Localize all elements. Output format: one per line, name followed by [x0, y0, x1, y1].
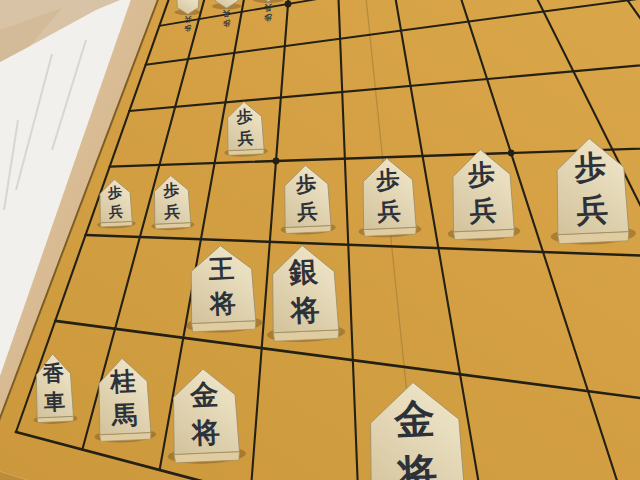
- piece-kanji-top: 歩: [235, 107, 254, 127]
- hoshi-dot: [508, 150, 515, 157]
- piece-kanji-top: 桂: [109, 366, 137, 396]
- piece-kanji-bottom: 将: [288, 292, 320, 327]
- piece-kanji-bottom: 兵: [468, 194, 497, 226]
- piece-kanji-bottom: 兵: [264, 3, 273, 12]
- shogi-photo: 歩兵歩兵歩兵歩兵歩兵歩兵歩兵歩兵歩兵歩兵歩兵王将銀将香車桂馬金将金将銀将: [0, 0, 640, 480]
- piece-kanji-top: 歩: [184, 24, 192, 32]
- piece-kanji-bottom: 兵: [376, 197, 402, 226]
- piece-kanji-bottom: 将: [190, 416, 221, 450]
- piece-kanji-top: 歩: [573, 148, 607, 185]
- piece-kanji-bottom: 兵: [236, 128, 254, 148]
- piece-kanji-bottom: 車: [42, 388, 65, 414]
- piece-kanji-bottom: 兵: [163, 202, 181, 222]
- piece-kanji-bottom: 兵: [184, 15, 192, 23]
- piece-kanji-top: 銀: [287, 254, 318, 289]
- piece-kanji-top: 歩: [466, 158, 495, 190]
- piece-kanji-top: 金: [189, 378, 220, 412]
- piece-kanji-top: 歩: [107, 184, 124, 201]
- piece-kanji-bottom: 将: [394, 448, 438, 480]
- piece-kanji-bottom: 兵: [296, 199, 319, 224]
- piece-kanji-top: 歩: [263, 13, 272, 22]
- hoshi-dot: [273, 158, 280, 165]
- hoshi-dot: [285, 1, 292, 8]
- piece-kanji-bottom: 馬: [110, 400, 138, 430]
- piece-kanji-top: 金: [392, 394, 435, 444]
- piece-kanji-top: 歩: [162, 180, 180, 200]
- piece-kanji-top: 歩: [222, 19, 231, 28]
- piece-kanji-top: 歩: [294, 172, 317, 197]
- piece-kanji-top: 王: [208, 253, 235, 284]
- piece-kanji-top: 香: [41, 360, 65, 386]
- piece-kanji-bottom: 将: [207, 288, 236, 319]
- piece-kanji-bottom: 兵: [575, 191, 610, 228]
- piece-kanji-bottom: 兵: [107, 203, 123, 220]
- shogi-board-scene: 歩兵歩兵歩兵歩兵歩兵歩兵歩兵歩兵歩兵歩兵歩兵王将銀将香車桂馬金将金将銀将: [0, 0, 640, 480]
- piece-kanji-top: 歩: [374, 165, 400, 194]
- piece-kanji-bottom: 兵: [222, 9, 230, 18]
